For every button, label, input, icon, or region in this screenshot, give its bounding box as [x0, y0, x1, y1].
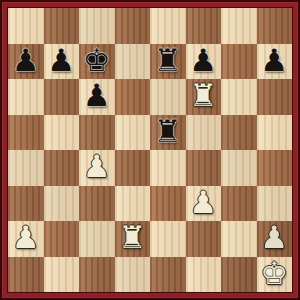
square-d3[interactable]	[115, 186, 151, 222]
square-b7[interactable]: ♟	[44, 44, 80, 80]
square-d8[interactable]	[115, 8, 151, 44]
square-a5[interactable]	[8, 115, 44, 151]
square-c7[interactable]: ♚	[79, 44, 115, 80]
square-d4[interactable]	[115, 150, 151, 186]
square-f7[interactable]: ♟	[186, 44, 222, 80]
square-e4[interactable]	[150, 150, 186, 186]
square-g1[interactable]	[221, 257, 257, 293]
square-f6[interactable]: ♜	[186, 79, 222, 115]
piece-white-pawn: ♟	[12, 222, 40, 253]
square-e8[interactable]	[150, 8, 186, 44]
square-h3[interactable]	[257, 186, 293, 222]
square-g2[interactable]	[221, 221, 257, 257]
piece-black-pawn: ♟	[12, 45, 40, 76]
square-c3[interactable]	[79, 186, 115, 222]
square-a8[interactable]	[8, 8, 44, 44]
square-e1[interactable]	[150, 257, 186, 293]
square-f2[interactable]	[186, 221, 222, 257]
square-f5[interactable]	[186, 115, 222, 151]
square-a6[interactable]	[8, 79, 44, 115]
square-d6[interactable]	[115, 79, 151, 115]
piece-black-rook: ♜	[154, 45, 182, 76]
piece-white-rook: ♜	[118, 222, 146, 253]
square-g3[interactable]	[221, 186, 257, 222]
square-f4[interactable]	[186, 150, 222, 186]
square-e2[interactable]	[150, 221, 186, 257]
piece-white-king: ♚	[260, 258, 288, 289]
square-d5[interactable]	[115, 115, 151, 151]
square-b1[interactable]	[44, 257, 80, 293]
square-h6[interactable]	[257, 79, 293, 115]
square-g7[interactable]	[221, 44, 257, 80]
square-a7[interactable]: ♟	[8, 44, 44, 80]
piece-white-pawn: ♟	[83, 151, 111, 182]
square-h4[interactable]	[257, 150, 293, 186]
piece-black-pawn: ♟	[260, 45, 288, 76]
square-b8[interactable]	[44, 8, 80, 44]
square-c4[interactable]: ♟	[79, 150, 115, 186]
square-b3[interactable]	[44, 186, 80, 222]
square-e3[interactable]	[150, 186, 186, 222]
square-f1[interactable]	[186, 257, 222, 293]
square-a4[interactable]	[8, 150, 44, 186]
square-h7[interactable]: ♟	[257, 44, 293, 80]
square-a3[interactable]	[8, 186, 44, 222]
piece-black-pawn: ♟	[189, 45, 217, 76]
square-b5[interactable]	[44, 115, 80, 151]
square-e5[interactable]: ♜	[150, 115, 186, 151]
piece-black-pawn: ♟	[47, 45, 75, 76]
square-d1[interactable]	[115, 257, 151, 293]
piece-white-pawn: ♟	[260, 222, 288, 253]
square-h8[interactable]	[257, 8, 293, 44]
square-b4[interactable]	[44, 150, 80, 186]
piece-white-pawn: ♟	[189, 187, 217, 218]
square-g5[interactable]	[221, 115, 257, 151]
square-f3[interactable]: ♟	[186, 186, 222, 222]
square-g8[interactable]	[221, 8, 257, 44]
piece-black-rook: ♜	[154, 116, 182, 147]
piece-black-pawn: ♟	[83, 80, 111, 111]
piece-black-king: ♚	[83, 45, 111, 76]
square-d2[interactable]: ♜	[115, 221, 151, 257]
square-h1[interactable]: ♚	[257, 257, 293, 293]
square-h2[interactable]: ♟	[257, 221, 293, 257]
chess-board: ♟♟♚♜♟♟♟♜♜♟♟♟♜♟♚	[8, 8, 292, 292]
square-c2[interactable]	[79, 221, 115, 257]
square-c1[interactable]	[79, 257, 115, 293]
square-g4[interactable]	[221, 150, 257, 186]
square-b6[interactable]	[44, 79, 80, 115]
square-a1[interactable]	[8, 257, 44, 293]
square-f8[interactable]	[186, 8, 222, 44]
square-c8[interactable]	[79, 8, 115, 44]
square-a2[interactable]: ♟	[8, 221, 44, 257]
square-b2[interactable]	[44, 221, 80, 257]
square-c6[interactable]: ♟	[79, 79, 115, 115]
square-e6[interactable]	[150, 79, 186, 115]
square-g6[interactable]	[221, 79, 257, 115]
board-frame: ♟♟♚♜♟♟♟♜♜♟♟♟♜♟♚	[0, 0, 300, 300]
square-h5[interactable]	[257, 115, 293, 151]
square-c5[interactable]	[79, 115, 115, 151]
piece-white-rook: ♜	[189, 80, 217, 111]
square-e7[interactable]: ♜	[150, 44, 186, 80]
square-d7[interactable]	[115, 44, 151, 80]
